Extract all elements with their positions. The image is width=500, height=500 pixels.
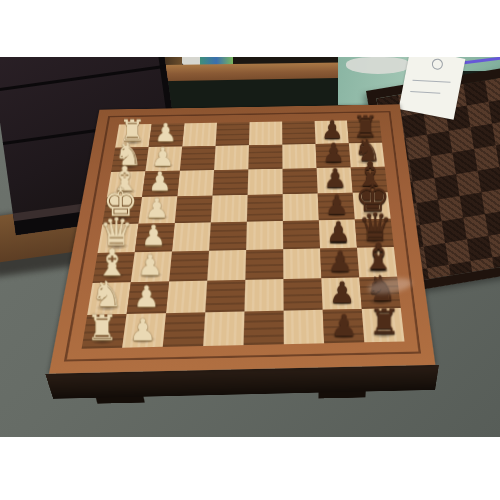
chessboard-3d-scene: ♜♟♟♜♞♟♟♞♝♟♟♝♚♟♟♚♛♟♟♛♝♟♟♝♞♟♟♞♜♟♟♜ (0, 93, 500, 437)
black-rook: ♜ (368, 305, 399, 340)
white-pawn: ♟ (129, 315, 156, 345)
white-pawn: ♟ (145, 195, 169, 222)
photo-area: ♜♟♟♜♞♟♟♞♝♟♟♝♚♟♟♚♛♟♟♛♝♟♟♝♞♟♟♞♜♟♟♜ (0, 57, 500, 437)
white-pawn: ♟ (141, 222, 166, 250)
black-pawn: ♟ (325, 191, 349, 218)
black-pawn: ♟ (327, 247, 352, 275)
white-band-top (0, 0, 500, 57)
plastic-bag (346, 57, 410, 74)
photo-of-chess-set: ♜♟♟♜♞♟♟♞♝♟♟♝♚♟♟♚♛♟♟♛♝♟♟♝♞♟♟♞♜♟♟♜ (0, 0, 500, 500)
black-pawn: ♟ (329, 278, 355, 307)
black-pawn: ♟ (331, 310, 358, 340)
white-pawn: ♟ (137, 251, 163, 280)
black-pawn: ♟ (326, 219, 351, 247)
white-pawn: ♟ (133, 282, 159, 311)
box-foot-left (96, 397, 145, 404)
chess-board: ♜♟♟♜♞♟♟♞♝♟♟♝♚♟♟♚♛♟♟♛♝♟♟♝♞♟♟♞♜♟♟♜ (49, 104, 435, 373)
black-pawn: ♟ (323, 165, 347, 191)
tag-hole-ring (431, 58, 444, 71)
tag-handwriting-line (412, 80, 450, 83)
box-foot-right (318, 391, 365, 398)
book-spine-band (0, 65, 166, 92)
board-box-base (45, 365, 439, 399)
white-band-bottom (0, 437, 500, 500)
white-rook: ♜ (86, 311, 118, 346)
white-pawn: ♟ (148, 169, 172, 195)
square-r7-c7: ♜ (362, 308, 405, 342)
